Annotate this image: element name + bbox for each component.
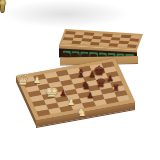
stored-piece-slot	[62, 50, 70, 56]
box-square	[127, 44, 137, 48]
chess-set-photo: ♛♟♚♟♞♝♟♚♞♛♟♟♟♜	[0, 0, 160, 160]
board-clasp	[0, 0, 6, 6]
box-checkerboard	[62, 31, 141, 48]
board-square	[116, 95, 130, 102]
stored-piece-slot	[71, 51, 79, 57]
ground-shadow	[0, 0, 130, 28]
stored-piece	[63, 53, 70, 57]
